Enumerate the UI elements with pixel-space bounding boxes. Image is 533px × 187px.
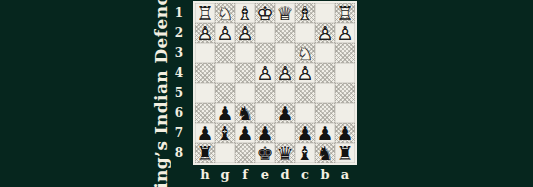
- square-g4[interactable]: [215, 63, 235, 83]
- square-g2[interactable]: ♟♙: [215, 23, 235, 43]
- square-c2[interactable]: [295, 23, 315, 43]
- square-e5[interactable]: [255, 83, 275, 103]
- square-d1[interactable]: ♛♕: [275, 3, 295, 23]
- square-g6[interactable]: ♟: [215, 103, 235, 123]
- white-king-icon: ♚♔: [255, 3, 275, 23]
- square-h1[interactable]: ♜♖: [195, 3, 215, 23]
- square-e7[interactable]: ♟: [255, 123, 275, 143]
- rank-label-3: 3: [168, 43, 190, 63]
- square-b2[interactable]: ♟♙: [315, 23, 335, 43]
- square-a3[interactable]: [335, 43, 355, 63]
- rank-label-4: 4: [168, 63, 190, 83]
- rank-label-7: 7: [168, 123, 190, 143]
- file-label-c: c: [295, 166, 315, 183]
- square-e1[interactable]: ♚♔: [255, 3, 275, 23]
- square-c5[interactable]: [295, 83, 315, 103]
- rank-label-8: 8: [168, 143, 190, 163]
- white-knight-icon: ♞♘: [295, 43, 315, 63]
- white-pawn-icon: ♟♙: [235, 23, 255, 43]
- square-h5[interactable]: [195, 83, 215, 103]
- square-h7[interactable]: ♟: [195, 123, 215, 143]
- white-pawn-icon: ♟♙: [295, 63, 315, 83]
- square-f1[interactable]: ♝♗: [235, 3, 255, 23]
- white-bishop-icon: ♝♗: [235, 3, 255, 23]
- black-rook-icon: ♜: [195, 143, 215, 163]
- square-f4[interactable]: [235, 63, 255, 83]
- black-queen-icon: ♛: [275, 143, 295, 163]
- square-d5[interactable]: [275, 83, 295, 103]
- square-a4[interactable]: [335, 63, 355, 83]
- rank-label-6: 6: [168, 103, 190, 123]
- black-pawn-icon: ♟: [235, 123, 255, 143]
- square-e6[interactable]: [255, 103, 275, 123]
- square-b3[interactable]: [315, 43, 335, 63]
- square-b5[interactable]: [315, 83, 335, 103]
- square-g5[interactable]: [215, 83, 235, 103]
- square-f7[interactable]: ♟: [235, 123, 255, 143]
- square-f5[interactable]: [235, 83, 255, 103]
- square-g1[interactable]: ♞♘: [215, 3, 235, 23]
- black-bishop-icon: ♝: [215, 123, 235, 143]
- black-bishop-icon: ♝: [295, 143, 315, 163]
- white-rook-icon: ♜♖: [335, 3, 355, 23]
- square-e3[interactable]: [255, 43, 275, 63]
- file-label-e: e: [255, 166, 275, 183]
- black-knight-icon: ♞: [235, 103, 255, 123]
- square-d4[interactable]: ♟♙: [275, 63, 295, 83]
- black-pawn-icon: ♟: [295, 123, 315, 143]
- square-a8[interactable]: ♜: [335, 143, 355, 163]
- white-pawn-icon: ♟♙: [215, 23, 235, 43]
- black-king-icon: ♚: [255, 143, 275, 163]
- white-pawn-icon: ♟♙: [195, 23, 215, 43]
- file-labels: hgfedcba: [195, 166, 355, 183]
- rank-label-5: 5: [168, 83, 190, 103]
- black-pawn-icon: ♟: [255, 123, 275, 143]
- white-rook-icon: ♜♖: [195, 3, 215, 23]
- square-c7[interactable]: ♟: [295, 123, 315, 143]
- square-b7[interactable]: ♟: [315, 123, 335, 143]
- file-label-h: h: [195, 166, 215, 183]
- square-h3[interactable]: [195, 43, 215, 63]
- white-pawn-icon: ♟♙: [335, 23, 355, 43]
- black-pawn-icon: ♟: [335, 123, 355, 143]
- rank-label-2: 2: [168, 23, 190, 43]
- file-label-g: g: [215, 166, 235, 183]
- square-c8[interactable]: ♝: [295, 143, 315, 163]
- square-h8[interactable]: ♜: [195, 143, 215, 163]
- rank-labels: 12345678: [168, 3, 190, 163]
- black-pawn-icon: ♟: [275, 103, 295, 123]
- square-h4[interactable]: [195, 63, 215, 83]
- white-queen-icon: ♛♕: [275, 3, 295, 23]
- square-f3[interactable]: [235, 43, 255, 63]
- square-g7[interactable]: ♝: [215, 123, 235, 143]
- square-c6[interactable]: [295, 103, 315, 123]
- square-g3[interactable]: [215, 43, 235, 63]
- file-label-b: b: [315, 166, 335, 183]
- square-b8[interactable]: ♞: [315, 143, 335, 163]
- square-f8[interactable]: [235, 143, 255, 163]
- rank-label-1: 1: [168, 3, 190, 23]
- white-bishop-icon: ♝♗: [295, 3, 315, 23]
- square-a1[interactable]: ♜♖: [335, 3, 355, 23]
- square-f2[interactable]: ♟♙: [235, 23, 255, 43]
- square-d7[interactable]: [275, 123, 295, 143]
- black-pawn-icon: ♟: [315, 123, 335, 143]
- square-d6[interactable]: ♟: [275, 103, 295, 123]
- square-d3[interactable]: [275, 43, 295, 63]
- square-e2[interactable]: [255, 23, 275, 43]
- square-b1[interactable]: [315, 3, 335, 23]
- square-a6[interactable]: [335, 103, 355, 123]
- white-pawn-icon: ♟♙: [275, 63, 295, 83]
- square-b4[interactable]: [315, 63, 335, 83]
- square-d2[interactable]: [275, 23, 295, 43]
- square-b6[interactable]: [315, 103, 335, 123]
- board-grid: ♜♖♞♘♝♗♚♔♛♕♝♗♜♖♟♙♟♙♟♙♟♙♟♙♞♘♟♙♟♙♟♙♟♞♟♟♝♟♟♟…: [195, 3, 355, 163]
- square-c1[interactable]: ♝♗: [295, 3, 315, 23]
- square-c3[interactable]: ♞♘: [295, 43, 315, 63]
- black-pawn-icon: ♟: [195, 123, 215, 143]
- square-a7[interactable]: ♟: [335, 123, 355, 143]
- square-e8[interactable]: ♚: [255, 143, 275, 163]
- file-label-a: a: [335, 166, 355, 183]
- square-d8[interactable]: ♛: [275, 143, 295, 163]
- file-label-f: f: [235, 166, 255, 183]
- square-f6[interactable]: ♞: [235, 103, 255, 123]
- black-rook-icon: ♜: [335, 143, 355, 163]
- white-knight-icon: ♞♘: [215, 3, 235, 23]
- banner: King’s Indian Defence 12345678 ♜♖♞♘♝♗♚♔♛…: [0, 0, 533, 187]
- black-knight-icon: ♞: [315, 143, 335, 163]
- square-e4[interactable]: ♟♙: [255, 63, 275, 83]
- square-g8[interactable]: [215, 143, 235, 163]
- square-h2[interactable]: ♟♙: [195, 23, 215, 43]
- white-pawn-icon: ♟♙: [255, 63, 275, 83]
- square-c4[interactable]: ♟♙: [295, 63, 315, 83]
- black-pawn-icon: ♟: [215, 103, 235, 123]
- file-label-d: d: [275, 166, 295, 183]
- square-h6[interactable]: [195, 103, 215, 123]
- square-a2[interactable]: ♟♙: [335, 23, 355, 43]
- white-pawn-icon: ♟♙: [315, 23, 335, 43]
- square-a5[interactable]: [335, 83, 355, 103]
- chess-board: ♜♖♞♘♝♗♚♔♛♕♝♗♜♖♟♙♟♙♟♙♟♙♟♙♞♘♟♙♟♙♟♙♟♞♟♟♝♟♟♟…: [193, 1, 357, 165]
